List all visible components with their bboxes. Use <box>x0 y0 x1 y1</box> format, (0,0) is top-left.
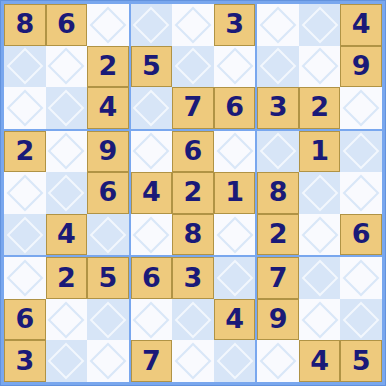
given-digit: 3 <box>15 347 34 376</box>
cell-r1c8[interactable] <box>299 4 341 46</box>
diamond-icon <box>48 343 85 380</box>
cell-r1c9: 4 <box>340 4 382 46</box>
given-digit: 4 <box>310 347 329 376</box>
cell-r3c7: 3 <box>257 87 299 129</box>
diamond-icon <box>216 260 253 297</box>
cell-r8c1: 6 <box>4 299 46 341</box>
given-cell: 9 <box>257 299 299 341</box>
cell-r7c2: 2 <box>46 257 88 299</box>
cell-r2c5[interactable] <box>172 46 214 88</box>
given-digit: 6 <box>142 264 161 293</box>
given-cell: 6 <box>87 172 129 214</box>
cell-r3c6: 6 <box>214 87 256 129</box>
diamond-icon <box>6 48 43 85</box>
diamond-icon <box>301 260 338 297</box>
given-digit: 7 <box>184 93 203 122</box>
cell-r5c5: 2 <box>172 172 214 214</box>
cell-r8c8[interactable] <box>299 299 341 341</box>
cell-r3c8: 2 <box>299 87 341 129</box>
diamond-icon <box>133 133 170 170</box>
given-cell: 8 <box>172 214 214 256</box>
diamond-icon <box>175 343 212 380</box>
cell-r1c4[interactable] <box>131 4 173 46</box>
cell-r2c3: 2 <box>87 46 129 88</box>
cell-r8c2[interactable] <box>46 299 88 341</box>
cell-r9c5[interactable] <box>172 340 214 382</box>
cell-r1c3[interactable] <box>87 4 129 46</box>
diamond-icon <box>6 175 43 212</box>
given-cell: 3 <box>172 257 214 299</box>
sudoku-box-r2c3: 1826 <box>257 131 382 256</box>
given-cell: 7 <box>131 340 173 382</box>
given-cell: 4 <box>46 214 88 256</box>
cell-r3c2[interactable] <box>46 87 88 129</box>
given-digit: 6 <box>98 178 117 207</box>
given-cell: 8 <box>4 4 46 46</box>
given-cell: 4 <box>299 340 341 382</box>
diamond-icon <box>6 89 43 126</box>
cell-r9c1: 3 <box>4 340 46 382</box>
given-cell: 6 <box>131 257 173 299</box>
sudoku-box-r1c1: 8624 <box>4 4 129 129</box>
given-cell: 2 <box>172 172 214 214</box>
diamond-icon <box>343 175 380 212</box>
given-digit: 9 <box>352 52 371 81</box>
given-digit: 2 <box>310 93 329 122</box>
diamond-icon <box>343 301 380 338</box>
cell-r5c4: 4 <box>131 172 173 214</box>
diamond-icon <box>48 48 85 85</box>
cell-r2c1[interactable] <box>4 46 46 88</box>
diamond-icon <box>89 216 126 253</box>
sudoku-box-r3c3: 7945 <box>257 257 382 382</box>
diamond-icon <box>343 260 380 297</box>
cell-r2c9: 9 <box>340 46 382 88</box>
given-digit: 9 <box>269 305 288 334</box>
diamond-icon <box>133 89 170 126</box>
given-cell: 8 <box>257 172 299 214</box>
diamond-icon <box>301 301 338 338</box>
given-cell: 3 <box>257 87 299 129</box>
diamond-icon <box>89 343 126 380</box>
given-digit: 6 <box>352 220 371 249</box>
cell-r3c4[interactable] <box>131 87 173 129</box>
given-cell: 5 <box>340 340 382 382</box>
diamond-icon <box>301 175 338 212</box>
given-digit: 5 <box>352 347 371 376</box>
cell-r2c2[interactable] <box>46 46 88 88</box>
given-cell: 3 <box>4 340 46 382</box>
given-cell: 2 <box>87 46 129 88</box>
cell-r6c6[interactable] <box>214 214 256 256</box>
cell-r5c1[interactable] <box>4 172 46 214</box>
sudoku-box-r3c2: 6347 <box>131 257 256 382</box>
given-digit: 6 <box>57 10 76 39</box>
cell-r9c4: 7 <box>131 340 173 382</box>
cell-r8c4[interactable] <box>131 299 173 341</box>
given-cell: 2 <box>46 257 88 299</box>
given-cell: 2 <box>299 87 341 129</box>
given-cell: 7 <box>257 257 299 299</box>
given-cell: 2 <box>4 131 46 173</box>
cell-r6c5: 8 <box>172 214 214 256</box>
cell-r5c2[interactable] <box>46 172 88 214</box>
cell-r6c8[interactable] <box>299 214 341 256</box>
sudoku-board: 8624357649322964642181826256363477945 <box>0 0 386 386</box>
given-digit: 2 <box>15 137 34 166</box>
cell-r3c9[interactable] <box>340 87 382 129</box>
given-digit: 5 <box>142 52 161 81</box>
cell-r8c6: 4 <box>214 299 256 341</box>
cell-r5c9[interactable] <box>340 172 382 214</box>
diamond-icon <box>343 133 380 170</box>
cell-r7c9[interactable] <box>340 257 382 299</box>
cell-r8c9[interactable] <box>340 299 382 341</box>
diamond-icon <box>133 301 170 338</box>
given-digit: 4 <box>225 305 244 334</box>
cell-r6c9: 6 <box>340 214 382 256</box>
cell-r1c2: 6 <box>46 4 88 46</box>
given-digit: 3 <box>225 10 244 39</box>
given-cell: 6 <box>340 214 382 256</box>
given-digit: 6 <box>15 305 34 334</box>
cell-r7c1[interactable] <box>4 257 46 299</box>
diamond-icon <box>175 301 212 338</box>
cell-r2c6[interactable] <box>214 46 256 88</box>
diamond-icon <box>89 301 126 338</box>
given-cell: 6 <box>46 4 88 46</box>
cell-r5c3: 6 <box>87 172 129 214</box>
cell-r6c7: 2 <box>257 214 299 256</box>
cell-r2c4: 5 <box>131 46 173 88</box>
diamond-icon <box>343 89 380 126</box>
given-cell: 4 <box>131 172 173 214</box>
given-cell: 3 <box>214 4 256 46</box>
cell-r7c7: 7 <box>257 257 299 299</box>
sudoku-box-r2c2: 64218 <box>131 131 256 256</box>
diamond-icon <box>216 48 253 85</box>
cell-r3c1[interactable] <box>4 87 46 129</box>
diamond-icon <box>260 6 297 43</box>
cell-r9c2[interactable] <box>46 340 88 382</box>
given-digit: 2 <box>184 178 203 207</box>
diamond-icon <box>48 175 85 212</box>
diamond-icon <box>6 260 43 297</box>
cell-r8c3[interactable] <box>87 299 129 341</box>
cell-r9c9: 5 <box>340 340 382 382</box>
given-cell: 4 <box>340 4 382 46</box>
cell-r1c7[interactable] <box>257 4 299 46</box>
diamond-icon <box>175 6 212 43</box>
given-cell: 6 <box>214 87 256 129</box>
cell-r4c9[interactable] <box>340 131 382 173</box>
diamond-icon <box>260 133 297 170</box>
cell-r6c4[interactable] <box>131 214 173 256</box>
diamond-icon <box>216 216 253 253</box>
given-digit: 8 <box>269 178 288 207</box>
diamond-icon <box>48 301 85 338</box>
given-cell: 2 <box>257 214 299 256</box>
cell-r7c8[interactable] <box>299 257 341 299</box>
cell-r5c6: 1 <box>214 172 256 214</box>
given-digit: 6 <box>184 137 203 166</box>
given-digit: 7 <box>269 264 288 293</box>
given-digit: 1 <box>225 178 244 207</box>
cell-r9c6[interactable] <box>214 340 256 382</box>
cell-r8c7: 9 <box>257 299 299 341</box>
diamond-icon <box>89 6 126 43</box>
given-digit: 5 <box>98 264 117 293</box>
cell-r7c6[interactable] <box>214 257 256 299</box>
cell-r7c4: 6 <box>131 257 173 299</box>
cell-r8c5[interactable] <box>172 299 214 341</box>
given-digit: 9 <box>98 137 117 166</box>
given-cell: 9 <box>340 46 382 88</box>
given-cell: 6 <box>4 299 46 341</box>
cell-r4c5: 6 <box>172 131 214 173</box>
given-cell: 4 <box>87 87 129 129</box>
given-digit: 4 <box>98 93 117 122</box>
cell-r4c4[interactable] <box>131 131 173 173</box>
cell-r5c7: 8 <box>257 172 299 214</box>
cell-r9c3[interactable] <box>87 340 129 382</box>
cell-r9c7[interactable] <box>257 340 299 382</box>
diamond-icon <box>301 48 338 85</box>
diamond-icon <box>301 6 338 43</box>
cell-r2c7[interactable] <box>257 46 299 88</box>
given-cell: 6 <box>172 131 214 173</box>
diamond-icon <box>216 133 253 170</box>
cell-r3c5: 7 <box>172 87 214 129</box>
cell-r4c1: 2 <box>4 131 46 173</box>
cell-r5c8[interactable] <box>299 172 341 214</box>
given-cell: 5 <box>87 257 129 299</box>
given-cell: 1 <box>214 172 256 214</box>
given-digit: 4 <box>57 220 76 249</box>
given-cell: 5 <box>131 46 173 88</box>
cell-r6c3[interactable] <box>87 214 129 256</box>
given-cell: 7 <box>172 87 214 129</box>
cell-r4c8: 1 <box>299 131 341 173</box>
cell-r2c8[interactable] <box>299 46 341 88</box>
cell-r4c2[interactable] <box>46 131 88 173</box>
cell-r6c1[interactable] <box>4 214 46 256</box>
given-cell: 9 <box>87 131 129 173</box>
cell-r4c7[interactable] <box>257 131 299 173</box>
given-digit: 3 <box>269 93 288 122</box>
given-cell: 4 <box>214 299 256 341</box>
cell-r7c3: 5 <box>87 257 129 299</box>
sudoku-box-r1c3: 4932 <box>257 4 382 129</box>
given-digit: 1 <box>310 137 329 166</box>
diamond-icon <box>48 89 85 126</box>
given-digit: 4 <box>352 10 371 39</box>
diamond-icon <box>6 216 43 253</box>
diamond-icon <box>216 343 253 380</box>
cell-r9c8: 4 <box>299 340 341 382</box>
cell-r6c2: 4 <box>46 214 88 256</box>
sudoku-box-r1c2: 3576 <box>131 4 256 129</box>
given-digit: 3 <box>184 264 203 293</box>
diamond-icon <box>175 48 212 85</box>
cell-r1c6: 3 <box>214 4 256 46</box>
cell-r1c1: 8 <box>4 4 46 46</box>
cell-r4c3: 9 <box>87 131 129 173</box>
given-digit: 2 <box>57 264 76 293</box>
cell-r3c3: 4 <box>87 87 129 129</box>
sudoku-box-r2c1: 2964 <box>4 131 129 256</box>
given-digit: 6 <box>225 93 244 122</box>
sudoku-box-r3c1: 2563 <box>4 257 129 382</box>
cell-r1c5[interactable] <box>172 4 214 46</box>
diamond-icon <box>133 6 170 43</box>
cell-r7c5: 3 <box>172 257 214 299</box>
diamond-icon <box>48 133 85 170</box>
given-digit: 2 <box>269 220 288 249</box>
given-digit: 8 <box>15 10 34 39</box>
cell-r4c6[interactable] <box>214 131 256 173</box>
given-digit: 4 <box>142 178 161 207</box>
given-digit: 2 <box>98 52 117 81</box>
diamond-icon <box>260 343 297 380</box>
diamond-icon <box>301 216 338 253</box>
given-digit: 7 <box>142 347 161 376</box>
given-digit: 8 <box>184 220 203 249</box>
given-cell: 1 <box>299 131 341 173</box>
diamond-icon <box>260 48 297 85</box>
diamond-icon <box>133 216 170 253</box>
